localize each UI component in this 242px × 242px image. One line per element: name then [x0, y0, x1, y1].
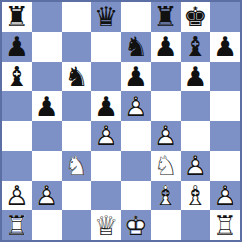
piece-outline-layer: ♙	[35, 182, 59, 209]
chess-board: ♜♛♜♚♟♞♟♝♟♝♞♟♟♟♟♟♙♟♙♟♙♞♘♞♘♟♙♟♙♟♙♝♗♝♗♟♙♜♖♛…	[2, 2, 240, 240]
square-d5[interactable]: ♟	[91, 91, 121, 121]
piece-glyph: ♟	[213, 33, 237, 60]
square-d2[interactable]	[91, 181, 121, 211]
square-h6[interactable]	[210, 62, 240, 92]
piece-outline-layer: ♙	[183, 152, 207, 179]
square-f6[interactable]	[151, 62, 181, 92]
square-c3[interactable]: ♞♘	[62, 151, 92, 181]
piece-outline-layer: ♙	[213, 182, 237, 209]
piece-white-pawn[interactable]: ♟♙	[91, 121, 121, 151]
square-c5[interactable]	[62, 91, 92, 121]
square-c1[interactable]	[62, 210, 92, 240]
piece-white-bishop[interactable]: ♝♗	[181, 181, 211, 211]
chess-board-frame: ♜♛♜♚♟♞♟♝♟♝♞♟♟♟♟♟♙♟♙♟♙♞♘♞♘♟♙♟♙♟♙♝♗♝♗♟♙♜♖♛…	[0, 0, 242, 242]
piece-glyph: ♟	[5, 33, 29, 60]
piece-outline-layer: ♖	[213, 212, 237, 239]
piece-white-pawn[interactable]: ♟♙	[181, 151, 211, 181]
piece-black-pawn[interactable]: ♟	[91, 91, 121, 121]
piece-outline-layer: ♔	[124, 212, 148, 239]
square-a2[interactable]: ♟♙	[2, 181, 32, 211]
square-g4[interactable]	[181, 121, 211, 151]
square-d8[interactable]: ♛	[91, 2, 121, 32]
square-b2[interactable]: ♟♙	[32, 181, 62, 211]
square-a5[interactable]	[2, 91, 32, 121]
piece-outline-layer: ♕	[94, 212, 118, 239]
piece-white-pawn[interactable]: ♟♙	[121, 91, 151, 121]
piece-white-pawn[interactable]: ♟♙	[2, 181, 32, 211]
square-h7[interactable]: ♟	[210, 32, 240, 62]
square-c2[interactable]	[62, 181, 92, 211]
square-f2[interactable]: ♝♗	[151, 181, 181, 211]
square-b1[interactable]	[32, 210, 62, 240]
square-h5[interactable]	[210, 91, 240, 121]
piece-outline-layer: ♗	[154, 182, 178, 209]
square-d3[interactable]	[91, 151, 121, 181]
square-b5[interactable]: ♟	[32, 91, 62, 121]
square-h2[interactable]: ♟♙	[210, 181, 240, 211]
square-h3[interactable]	[210, 151, 240, 181]
square-h4[interactable]	[210, 121, 240, 151]
piece-glyph: ♟	[154, 33, 178, 60]
piece-black-pawn[interactable]: ♟	[2, 32, 32, 62]
piece-glyph: ♟	[94, 93, 118, 120]
square-f4[interactable]: ♟♙	[151, 121, 181, 151]
piece-white-rook[interactable]: ♜♖	[2, 210, 32, 240]
square-g3[interactable]: ♟♙	[181, 151, 211, 181]
square-e7[interactable]: ♞	[121, 32, 151, 62]
piece-black-bishop[interactable]: ♝	[2, 62, 32, 92]
square-a6[interactable]: ♝	[2, 62, 32, 92]
piece-black-pawn[interactable]: ♟	[210, 32, 240, 62]
piece-glyph: ♞	[64, 63, 88, 90]
piece-glyph: ♟	[124, 63, 148, 90]
square-f3[interactable]: ♞♘	[151, 151, 181, 181]
square-d6[interactable]	[91, 62, 121, 92]
square-b7[interactable]	[32, 32, 62, 62]
square-f1[interactable]	[151, 210, 181, 240]
piece-black-pawn[interactable]: ♟	[181, 62, 211, 92]
square-b4[interactable]	[32, 121, 62, 151]
piece-white-knight[interactable]: ♞♘	[151, 151, 181, 181]
piece-black-bishop[interactable]: ♝	[181, 32, 211, 62]
square-g5[interactable]	[181, 91, 211, 121]
piece-outline-layer: ♖	[5, 212, 29, 239]
square-a8[interactable]: ♜	[2, 2, 32, 32]
piece-black-pawn[interactable]: ♟	[32, 91, 62, 121]
square-a7[interactable]: ♟	[2, 32, 32, 62]
piece-outline-layer: ♘	[64, 152, 88, 179]
piece-black-pawn[interactable]: ♟	[151, 32, 181, 62]
square-g7[interactable]: ♝	[181, 32, 211, 62]
piece-white-pawn[interactable]: ♟♙	[210, 181, 240, 211]
square-e8[interactable]	[121, 2, 151, 32]
square-e5[interactable]: ♟♙	[121, 91, 151, 121]
square-d4[interactable]: ♟♙	[91, 121, 121, 151]
piece-glyph: ♜	[5, 3, 29, 30]
square-g6[interactable]: ♟	[181, 62, 211, 92]
square-d7[interactable]	[91, 32, 121, 62]
piece-white-queen[interactable]: ♛♕	[91, 210, 121, 240]
piece-outline-layer: ♙	[94, 122, 118, 149]
square-d1[interactable]: ♛♕	[91, 210, 121, 240]
square-c6[interactable]: ♞	[62, 62, 92, 92]
piece-glyph: ♟	[183, 63, 207, 90]
piece-white-king[interactable]: ♚♔	[121, 210, 151, 240]
piece-glyph: ♝	[183, 33, 207, 60]
piece-glyph: ♟	[35, 93, 59, 120]
piece-white-pawn[interactable]: ♟♙	[151, 121, 181, 151]
piece-white-bishop[interactable]: ♝♗	[151, 181, 181, 211]
piece-glyph: ♞	[124, 33, 148, 60]
square-h8[interactable]	[210, 2, 240, 32]
square-b3[interactable]	[32, 151, 62, 181]
piece-outline-layer: ♙	[124, 93, 148, 120]
piece-glyph: ♜	[154, 3, 178, 30]
square-f5[interactable]	[151, 91, 181, 121]
square-e6[interactable]: ♟	[121, 62, 151, 92]
square-g8[interactable]: ♚	[181, 2, 211, 32]
piece-glyph: ♚	[183, 3, 207, 30]
square-e1[interactable]: ♚♔	[121, 210, 151, 240]
square-c4[interactable]	[62, 121, 92, 151]
square-c8[interactable]	[62, 2, 92, 32]
square-b8[interactable]	[32, 2, 62, 32]
piece-glyph: ♛	[94, 3, 118, 30]
piece-outline-layer: ♘	[154, 152, 178, 179]
square-b6[interactable]	[32, 62, 62, 92]
square-h1[interactable]: ♜♖	[210, 210, 240, 240]
square-e4[interactable]	[121, 121, 151, 151]
square-f8[interactable]: ♜	[151, 2, 181, 32]
square-f7[interactable]: ♟	[151, 32, 181, 62]
square-c7[interactable]	[62, 32, 92, 62]
square-e2[interactable]	[121, 181, 151, 211]
piece-black-rook[interactable]: ♜	[2, 2, 32, 32]
square-a4[interactable]	[2, 121, 32, 151]
piece-white-rook[interactable]: ♜♖	[210, 210, 240, 240]
piece-glyph: ♝	[5, 63, 29, 90]
piece-white-pawn[interactable]: ♟♙	[32, 181, 62, 211]
square-g2[interactable]: ♝♗	[181, 181, 211, 211]
piece-black-queen[interactable]: ♛	[91, 2, 121, 32]
piece-outline-layer: ♙	[154, 122, 178, 149]
square-g1[interactable]	[181, 210, 211, 240]
square-a1[interactable]: ♜♖	[2, 210, 32, 240]
piece-black-knight[interactable]: ♞	[62, 62, 92, 92]
piece-black-pawn[interactable]: ♟	[121, 62, 151, 92]
piece-white-knight[interactable]: ♞♘	[62, 151, 92, 181]
piece-black-king[interactable]: ♚	[181, 2, 211, 32]
square-e3[interactable]	[121, 151, 151, 181]
square-a3[interactable]	[2, 151, 32, 181]
piece-outline-layer: ♗	[183, 182, 207, 209]
piece-outline-layer: ♙	[5, 182, 29, 209]
piece-black-rook[interactable]: ♜	[151, 2, 181, 32]
piece-black-knight[interactable]: ♞	[121, 32, 151, 62]
